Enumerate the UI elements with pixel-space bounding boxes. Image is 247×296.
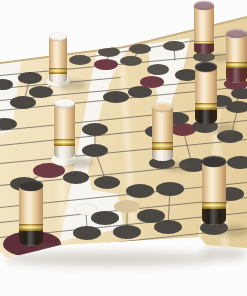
peg-white-1[interactable] bbox=[49, 33, 67, 83]
peg-base-black bbox=[19, 231, 43, 246]
peg-top-face bbox=[202, 156, 226, 167]
peg-top-face bbox=[226, 29, 247, 38]
board-space-black bbox=[94, 176, 120, 189]
board-space-black bbox=[29, 86, 53, 98]
peg-top-face bbox=[19, 180, 43, 191]
board-space-black bbox=[10, 96, 36, 109]
board-space-black bbox=[113, 225, 141, 239]
board-space-maroon bbox=[94, 59, 118, 70]
board-space-black bbox=[73, 226, 101, 240]
board-space-black bbox=[156, 182, 184, 196]
peg-shadow bbox=[217, 225, 247, 237]
board-space-black bbox=[63, 171, 89, 184]
peg-base-black bbox=[195, 110, 217, 124]
peg-shadow bbox=[208, 124, 236, 134]
board-space-black bbox=[91, 211, 119, 225]
board-space-black bbox=[231, 88, 247, 99]
board-cast-shadow bbox=[4, 252, 214, 266]
peg-gold-band bbox=[195, 103, 217, 110]
peg-black-3[interactable] bbox=[19, 180, 43, 246]
board-space-black-far bbox=[129, 44, 151, 54]
peg-top-face bbox=[195, 62, 217, 72]
board-space-beige bbox=[114, 200, 140, 213]
peg-base-maroon bbox=[226, 68, 247, 83]
board-game-photo bbox=[0, 0, 247, 296]
board-space-black bbox=[128, 86, 152, 98]
peg-top-face bbox=[54, 99, 75, 108]
peg-maroon-1[interactable] bbox=[194, 1, 214, 54]
board-space-black bbox=[18, 72, 42, 84]
peg-white-2[interactable] bbox=[54, 99, 75, 159]
peg-gold-band bbox=[54, 139, 75, 146]
peg-base-maroon bbox=[194, 44, 214, 54]
peg-white-3[interactable] bbox=[152, 103, 173, 161]
board-space-black-far bbox=[163, 41, 185, 51]
board-space-black-far bbox=[120, 56, 142, 66]
peg-base-white bbox=[49, 74, 67, 83]
board-space-black bbox=[82, 144, 108, 157]
peg-shadow bbox=[164, 162, 192, 172]
peg-gold-band bbox=[202, 202, 226, 209]
board-space-black bbox=[154, 220, 182, 234]
board-space-black bbox=[227, 156, 247, 169]
board-space-black bbox=[103, 91, 129, 103]
peg-black-2[interactable] bbox=[202, 156, 226, 225]
peg-base-black bbox=[202, 209, 226, 225]
board-space-black-far bbox=[147, 64, 169, 75]
peg-gold-band bbox=[152, 142, 173, 150]
board-space-black-far bbox=[69, 55, 91, 65]
peg-base-white bbox=[152, 150, 173, 161]
peg-maroon-2[interactable] bbox=[226, 29, 247, 83]
board-space-black bbox=[82, 123, 108, 136]
peg-shadow bbox=[66, 158, 94, 168]
board-space-black-far bbox=[98, 47, 120, 57]
peg-top-face bbox=[194, 1, 214, 10]
peg-top-face bbox=[152, 103, 173, 112]
peg-top-face bbox=[49, 33, 67, 41]
peg-black-1[interactable] bbox=[195, 62, 217, 124]
peg-base-white bbox=[54, 146, 75, 159]
board-cast-shadow bbox=[200, 248, 247, 260]
board-space-black bbox=[126, 184, 154, 198]
peg-gold-band bbox=[19, 224, 43, 231]
